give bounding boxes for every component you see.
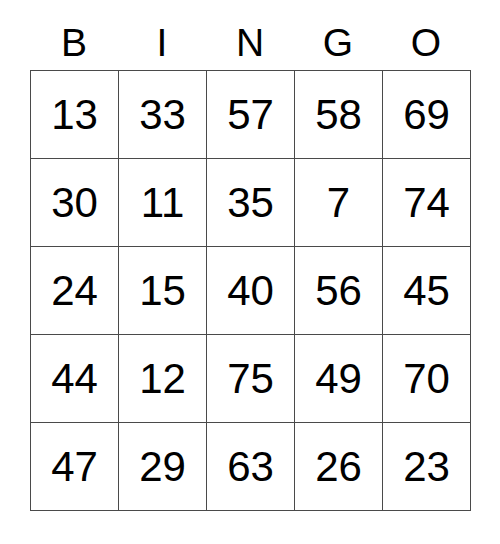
bingo-cell-r1c2[interactable]: 33 — [118, 70, 206, 158]
bingo-cell-r3c5[interactable]: 45 — [382, 246, 470, 334]
column-header-b: B — [30, 23, 118, 70]
bingo-cell-r3c4[interactable]: 56 — [294, 246, 382, 334]
bingo-cell-r1c1[interactable]: 13 — [30, 70, 118, 158]
column-header-i: I — [118, 23, 206, 70]
bingo-cell-r3c2[interactable]: 15 — [118, 246, 206, 334]
bingo-cell-r3c1[interactable]: 24 — [30, 246, 118, 334]
column-header-o: O — [382, 23, 470, 70]
column-header-g: G — [294, 23, 382, 70]
bingo-card: B I N G O 13 33 57 58 69 30 11 35 7 74 2… — [30, 0, 472, 511]
bingo-cell-r5c5[interactable]: 23 — [382, 422, 470, 510]
bingo-header-row: B I N G O — [30, 0, 472, 70]
bingo-cell-r1c4[interactable]: 58 — [294, 70, 382, 158]
bingo-cell-r1c3[interactable]: 57 — [206, 70, 294, 158]
bingo-grid: 13 33 57 58 69 30 11 35 7 74 24 15 40 56… — [30, 70, 471, 511]
bingo-cell-r5c3[interactable]: 63 — [206, 422, 294, 510]
bingo-cell-r4c2[interactable]: 12 — [118, 334, 206, 422]
bingo-cell-r2c5[interactable]: 74 — [382, 158, 470, 246]
bingo-cell-r4c4[interactable]: 49 — [294, 334, 382, 422]
bingo-cell-r4c3[interactable]: 75 — [206, 334, 294, 422]
bingo-cell-r2c1[interactable]: 30 — [30, 158, 118, 246]
bingo-cell-r4c5[interactable]: 70 — [382, 334, 470, 422]
bingo-cell-r4c1[interactable]: 44 — [30, 334, 118, 422]
bingo-cell-r2c2[interactable]: 11 — [118, 158, 206, 246]
bingo-cell-r3c3[interactable]: 40 — [206, 246, 294, 334]
column-header-n: N — [206, 23, 294, 70]
bingo-cell-r5c4[interactable]: 26 — [294, 422, 382, 510]
bingo-cell-r2c4[interactable]: 7 — [294, 158, 382, 246]
bingo-cell-r5c1[interactable]: 47 — [30, 422, 118, 510]
bingo-cell-r5c2[interactable]: 29 — [118, 422, 206, 510]
bingo-cell-r2c3[interactable]: 35 — [206, 158, 294, 246]
bingo-cell-r1c5[interactable]: 69 — [382, 70, 470, 158]
